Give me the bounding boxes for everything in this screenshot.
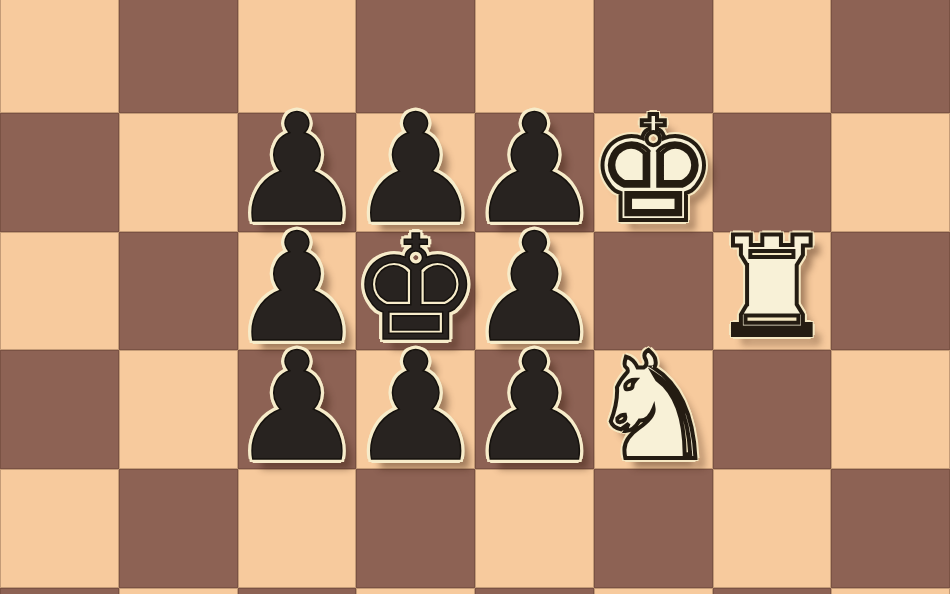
square-a6[interactable] [0, 232, 119, 351]
piece-black-pawn[interactable]: ♟ [230, 332, 364, 482]
piece-white-knight[interactable]: ♞ [587, 333, 720, 481]
square-g8[interactable] [713, 0, 832, 113]
square-e3[interactable] [475, 588, 594, 594]
piece-black-pawn[interactable]: ♟ [348, 332, 482, 482]
square-f7[interactable]: ♚ [594, 113, 713, 232]
square-a8[interactable] [0, 0, 119, 113]
square-f3[interactable] [594, 588, 713, 594]
piece-black-pawn[interactable]: ♟ [467, 332, 601, 482]
square-a3[interactable] [0, 588, 119, 594]
square-d3[interactable] [356, 588, 475, 594]
square-b4[interactable] [119, 469, 238, 588]
square-g4[interactable] [713, 469, 832, 588]
square-g6[interactable]: ♜ [713, 232, 832, 351]
square-f5[interactable]: ♞ [594, 350, 713, 469]
square-a4[interactable] [0, 469, 119, 588]
square-h7[interactable] [831, 113, 950, 232]
square-a5[interactable] [0, 350, 119, 469]
square-b8[interactable] [119, 0, 238, 113]
chess-board-viewport: ♟♟♟♚♟♚♟♜♟♟♟♞ [0, 0, 950, 594]
piece-white-king[interactable]: ♚ [588, 97, 718, 242]
square-d5[interactable]: ♟ [356, 350, 475, 469]
square-g5[interactable] [713, 350, 832, 469]
square-c3[interactable] [238, 588, 357, 594]
square-b5[interactable] [119, 350, 238, 469]
chess-board: ♟♟♟♚♟♚♟♜♟♟♟♞ [0, 0, 950, 594]
square-h5[interactable] [831, 350, 950, 469]
piece-white-rook[interactable]: ♜ [710, 219, 834, 357]
square-e5[interactable]: ♟ [475, 350, 594, 469]
square-b3[interactable] [119, 588, 238, 594]
square-h4[interactable] [831, 469, 950, 588]
square-c5[interactable]: ♟ [238, 350, 357, 469]
square-b7[interactable] [119, 113, 238, 232]
square-g3[interactable] [713, 588, 832, 594]
square-h3[interactable] [831, 588, 950, 594]
square-h6[interactable] [831, 232, 950, 351]
square-h8[interactable] [831, 0, 950, 113]
square-b6[interactable] [119, 232, 238, 351]
square-a7[interactable] [0, 113, 119, 232]
